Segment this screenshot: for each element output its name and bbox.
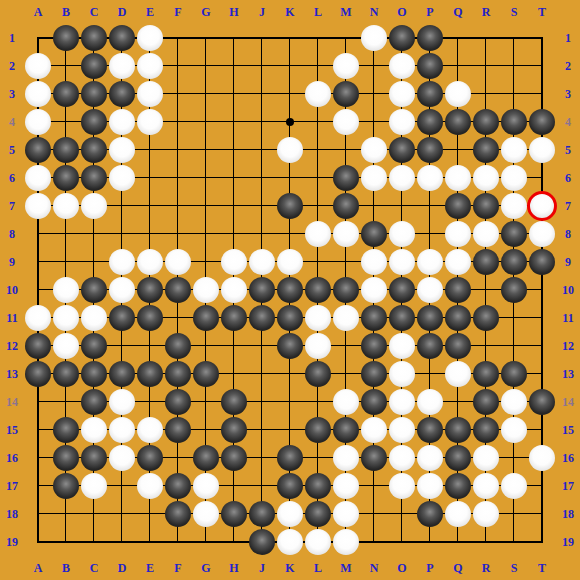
intersection-N8[interactable]: [360, 220, 388, 248]
intersection-A3[interactable]: [24, 80, 52, 108]
intersection-N19[interactable]: [360, 528, 388, 556]
intersection-C16[interactable]: [80, 444, 108, 472]
intersection-M10[interactable]: [332, 276, 360, 304]
intersection-F11[interactable]: [164, 304, 192, 332]
intersection-A15[interactable]: [24, 416, 52, 444]
intersection-D16[interactable]: [108, 444, 136, 472]
intersection-J5[interactable]: [248, 136, 276, 164]
intersection-E6[interactable]: [136, 164, 164, 192]
intersection-B10[interactable]: [52, 276, 80, 304]
intersection-C14[interactable]: [80, 388, 108, 416]
intersection-T19[interactable]: [528, 528, 556, 556]
intersection-H13[interactable]: [220, 360, 248, 388]
intersection-E12[interactable]: [136, 332, 164, 360]
intersection-D7[interactable]: [108, 192, 136, 220]
intersection-M7[interactable]: [332, 192, 360, 220]
intersection-L3[interactable]: [304, 80, 332, 108]
intersection-L1[interactable]: [304, 24, 332, 52]
intersection-Q4[interactable]: [444, 108, 472, 136]
intersection-A18[interactable]: [24, 500, 52, 528]
intersection-J18[interactable]: [248, 500, 276, 528]
intersection-R3[interactable]: [472, 80, 500, 108]
intersection-H11[interactable]: [220, 304, 248, 332]
intersection-P16[interactable]: [416, 444, 444, 472]
intersection-S3[interactable]: [500, 80, 528, 108]
intersection-O13[interactable]: [388, 360, 416, 388]
intersection-H9[interactable]: [220, 248, 248, 276]
intersection-R16[interactable]: [472, 444, 500, 472]
intersection-L15[interactable]: [304, 416, 332, 444]
intersection-C7[interactable]: [80, 192, 108, 220]
intersection-H8[interactable]: [220, 220, 248, 248]
intersection-A7[interactable]: [24, 192, 52, 220]
intersection-K17[interactable]: [276, 472, 304, 500]
intersection-G6[interactable]: [192, 164, 220, 192]
intersection-L5[interactable]: [304, 136, 332, 164]
intersection-L9[interactable]: [304, 248, 332, 276]
intersection-A10[interactable]: [24, 276, 52, 304]
intersection-H12[interactable]: [220, 332, 248, 360]
intersection-S19[interactable]: [500, 528, 528, 556]
intersection-S16[interactable]: [500, 444, 528, 472]
intersection-L14[interactable]: [304, 388, 332, 416]
intersection-P17[interactable]: [416, 472, 444, 500]
intersection-A12[interactable]: [24, 332, 52, 360]
intersection-G16[interactable]: [192, 444, 220, 472]
intersection-J16[interactable]: [248, 444, 276, 472]
intersection-L7[interactable]: [304, 192, 332, 220]
intersection-R8[interactable]: [472, 220, 500, 248]
intersection-D12[interactable]: [108, 332, 136, 360]
intersection-F9[interactable]: [164, 248, 192, 276]
intersection-B11[interactable]: [52, 304, 80, 332]
intersection-H4[interactable]: [220, 108, 248, 136]
intersection-S9[interactable]: [500, 248, 528, 276]
intersection-M3[interactable]: [332, 80, 360, 108]
intersection-E17[interactable]: [136, 472, 164, 500]
intersection-A16[interactable]: [24, 444, 52, 472]
intersection-A9[interactable]: [24, 248, 52, 276]
intersection-R2[interactable]: [472, 52, 500, 80]
intersection-T6[interactable]: [528, 164, 556, 192]
intersection-G10[interactable]: [192, 276, 220, 304]
intersection-P8[interactable]: [416, 220, 444, 248]
intersection-E9[interactable]: [136, 248, 164, 276]
intersection-A19[interactable]: [24, 528, 52, 556]
intersection-B18[interactable]: [52, 500, 80, 528]
intersection-M19[interactable]: [332, 528, 360, 556]
intersection-C9[interactable]: [80, 248, 108, 276]
intersection-T14[interactable]: [528, 388, 556, 416]
intersection-R13[interactable]: [472, 360, 500, 388]
intersection-M12[interactable]: [332, 332, 360, 360]
intersection-M18[interactable]: [332, 500, 360, 528]
intersection-M6[interactable]: [332, 164, 360, 192]
intersection-C17[interactable]: [80, 472, 108, 500]
intersection-H6[interactable]: [220, 164, 248, 192]
intersection-B17[interactable]: [52, 472, 80, 500]
intersection-A2[interactable]: [24, 52, 52, 80]
intersection-E1[interactable]: [136, 24, 164, 52]
intersection-O19[interactable]: [388, 528, 416, 556]
intersection-B12[interactable]: [52, 332, 80, 360]
intersection-T7[interactable]: [528, 192, 556, 220]
intersection-C6[interactable]: [80, 164, 108, 192]
intersection-J7[interactable]: [248, 192, 276, 220]
intersection-D11[interactable]: [108, 304, 136, 332]
intersection-G17[interactable]: [192, 472, 220, 500]
intersection-H16[interactable]: [220, 444, 248, 472]
intersection-R6[interactable]: [472, 164, 500, 192]
intersection-K2[interactable]: [276, 52, 304, 80]
intersection-P2[interactable]: [416, 52, 444, 80]
intersection-P14[interactable]: [416, 388, 444, 416]
intersection-F19[interactable]: [164, 528, 192, 556]
intersection-Q3[interactable]: [444, 80, 472, 108]
intersection-D2[interactable]: [108, 52, 136, 80]
intersection-F5[interactable]: [164, 136, 192, 164]
intersection-S11[interactable]: [500, 304, 528, 332]
intersection-K14[interactable]: [276, 388, 304, 416]
intersection-J8[interactable]: [248, 220, 276, 248]
intersection-K4[interactable]: [276, 108, 304, 136]
intersection-N18[interactable]: [360, 500, 388, 528]
intersection-R1[interactable]: [472, 24, 500, 52]
intersection-K11[interactable]: [276, 304, 304, 332]
intersection-D14[interactable]: [108, 388, 136, 416]
intersection-D17[interactable]: [108, 472, 136, 500]
intersection-L8[interactable]: [304, 220, 332, 248]
intersection-G8[interactable]: [192, 220, 220, 248]
intersection-S1[interactable]: [500, 24, 528, 52]
intersection-B7[interactable]: [52, 192, 80, 220]
intersection-T16[interactable]: [528, 444, 556, 472]
intersection-B9[interactable]: [52, 248, 80, 276]
intersection-E14[interactable]: [136, 388, 164, 416]
intersection-F2[interactable]: [164, 52, 192, 80]
intersection-S14[interactable]: [500, 388, 528, 416]
intersection-L12[interactable]: [304, 332, 332, 360]
intersection-S8[interactable]: [500, 220, 528, 248]
intersection-D18[interactable]: [108, 500, 136, 528]
intersection-E16[interactable]: [136, 444, 164, 472]
intersection-S17[interactable]: [500, 472, 528, 500]
intersection-J15[interactable]: [248, 416, 276, 444]
intersection-E2[interactable]: [136, 52, 164, 80]
intersection-J10[interactable]: [248, 276, 276, 304]
intersection-N2[interactable]: [360, 52, 388, 80]
intersection-P11[interactable]: [416, 304, 444, 332]
intersection-R19[interactable]: [472, 528, 500, 556]
intersection-B6[interactable]: [52, 164, 80, 192]
intersection-B16[interactable]: [52, 444, 80, 472]
intersection-H5[interactable]: [220, 136, 248, 164]
intersection-N7[interactable]: [360, 192, 388, 220]
intersection-F15[interactable]: [164, 416, 192, 444]
intersection-D8[interactable]: [108, 220, 136, 248]
intersection-R18[interactable]: [472, 500, 500, 528]
intersection-O4[interactable]: [388, 108, 416, 136]
intersection-T10[interactable]: [528, 276, 556, 304]
intersection-C5[interactable]: [80, 136, 108, 164]
intersection-Q10[interactable]: [444, 276, 472, 304]
intersection-A13[interactable]: [24, 360, 52, 388]
intersection-K19[interactable]: [276, 528, 304, 556]
intersection-D15[interactable]: [108, 416, 136, 444]
intersection-A8[interactable]: [24, 220, 52, 248]
intersection-G3[interactable]: [192, 80, 220, 108]
intersection-C10[interactable]: [80, 276, 108, 304]
intersection-P5[interactable]: [416, 136, 444, 164]
intersection-O8[interactable]: [388, 220, 416, 248]
intersection-B5[interactable]: [52, 136, 80, 164]
intersection-Q7[interactable]: [444, 192, 472, 220]
intersection-F3[interactable]: [164, 80, 192, 108]
intersection-P19[interactable]: [416, 528, 444, 556]
intersection-J17[interactable]: [248, 472, 276, 500]
intersection-T8[interactable]: [528, 220, 556, 248]
intersection-E13[interactable]: [136, 360, 164, 388]
intersection-S18[interactable]: [500, 500, 528, 528]
intersection-O10[interactable]: [388, 276, 416, 304]
intersection-A5[interactable]: [24, 136, 52, 164]
intersection-K3[interactable]: [276, 80, 304, 108]
intersection-N17[interactable]: [360, 472, 388, 500]
intersection-T11[interactable]: [528, 304, 556, 332]
intersection-L2[interactable]: [304, 52, 332, 80]
intersection-R9[interactable]: [472, 248, 500, 276]
intersection-F17[interactable]: [164, 472, 192, 500]
intersection-Q17[interactable]: [444, 472, 472, 500]
intersection-N10[interactable]: [360, 276, 388, 304]
intersection-L4[interactable]: [304, 108, 332, 136]
intersection-K12[interactable]: [276, 332, 304, 360]
intersection-O2[interactable]: [388, 52, 416, 80]
intersection-N5[interactable]: [360, 136, 388, 164]
intersection-P18[interactable]: [416, 500, 444, 528]
intersection-M13[interactable]: [332, 360, 360, 388]
intersection-J11[interactable]: [248, 304, 276, 332]
intersection-P3[interactable]: [416, 80, 444, 108]
intersection-Q18[interactable]: [444, 500, 472, 528]
intersection-F16[interactable]: [164, 444, 192, 472]
intersection-S5[interactable]: [500, 136, 528, 164]
intersection-J12[interactable]: [248, 332, 276, 360]
intersection-P7[interactable]: [416, 192, 444, 220]
intersection-T15[interactable]: [528, 416, 556, 444]
intersection-T5[interactable]: [528, 136, 556, 164]
intersection-G13[interactable]: [192, 360, 220, 388]
intersection-B19[interactable]: [52, 528, 80, 556]
intersection-E4[interactable]: [136, 108, 164, 136]
intersection-F10[interactable]: [164, 276, 192, 304]
intersection-B13[interactable]: [52, 360, 80, 388]
intersection-S15[interactable]: [500, 416, 528, 444]
intersection-N6[interactable]: [360, 164, 388, 192]
intersection-B2[interactable]: [52, 52, 80, 80]
intersection-P4[interactable]: [416, 108, 444, 136]
intersection-O11[interactable]: [388, 304, 416, 332]
intersection-K9[interactable]: [276, 248, 304, 276]
intersection-R14[interactable]: [472, 388, 500, 416]
intersection-H7[interactable]: [220, 192, 248, 220]
intersection-K13[interactable]: [276, 360, 304, 388]
intersection-D6[interactable]: [108, 164, 136, 192]
intersection-K18[interactable]: [276, 500, 304, 528]
intersection-P10[interactable]: [416, 276, 444, 304]
intersection-J6[interactable]: [248, 164, 276, 192]
intersection-G1[interactable]: [192, 24, 220, 52]
intersection-G4[interactable]: [192, 108, 220, 136]
intersection-C15[interactable]: [80, 416, 108, 444]
intersection-G12[interactable]: [192, 332, 220, 360]
intersection-F12[interactable]: [164, 332, 192, 360]
intersection-R10[interactable]: [472, 276, 500, 304]
intersection-J3[interactable]: [248, 80, 276, 108]
intersection-D4[interactable]: [108, 108, 136, 136]
intersection-Q1[interactable]: [444, 24, 472, 52]
intersection-O5[interactable]: [388, 136, 416, 164]
intersection-C4[interactable]: [80, 108, 108, 136]
intersection-R15[interactable]: [472, 416, 500, 444]
intersection-R7[interactable]: [472, 192, 500, 220]
intersection-F7[interactable]: [164, 192, 192, 220]
intersection-A1[interactable]: [24, 24, 52, 52]
intersection-G15[interactable]: [192, 416, 220, 444]
intersection-S4[interactable]: [500, 108, 528, 136]
intersection-T18[interactable]: [528, 500, 556, 528]
intersection-G2[interactable]: [192, 52, 220, 80]
intersection-C19[interactable]: [80, 528, 108, 556]
intersection-O17[interactable]: [388, 472, 416, 500]
intersection-G5[interactable]: [192, 136, 220, 164]
intersection-F8[interactable]: [164, 220, 192, 248]
intersection-M15[interactable]: [332, 416, 360, 444]
intersection-J9[interactable]: [248, 248, 276, 276]
intersection-N4[interactable]: [360, 108, 388, 136]
intersection-T17[interactable]: [528, 472, 556, 500]
intersection-L11[interactable]: [304, 304, 332, 332]
intersection-P1[interactable]: [416, 24, 444, 52]
intersection-H3[interactable]: [220, 80, 248, 108]
intersection-G14[interactable]: [192, 388, 220, 416]
intersection-T9[interactable]: [528, 248, 556, 276]
intersection-Q8[interactable]: [444, 220, 472, 248]
intersection-T4[interactable]: [528, 108, 556, 136]
intersection-C2[interactable]: [80, 52, 108, 80]
intersection-E15[interactable]: [136, 416, 164, 444]
intersection-Q9[interactable]: [444, 248, 472, 276]
intersection-Q12[interactable]: [444, 332, 472, 360]
intersection-C12[interactable]: [80, 332, 108, 360]
intersection-R11[interactable]: [472, 304, 500, 332]
intersection-A4[interactable]: [24, 108, 52, 136]
intersection-L18[interactable]: [304, 500, 332, 528]
intersection-B4[interactable]: [52, 108, 80, 136]
intersection-M9[interactable]: [332, 248, 360, 276]
intersection-C18[interactable]: [80, 500, 108, 528]
intersection-K16[interactable]: [276, 444, 304, 472]
intersection-C11[interactable]: [80, 304, 108, 332]
intersection-R5[interactable]: [472, 136, 500, 164]
intersection-P9[interactable]: [416, 248, 444, 276]
intersection-N3[interactable]: [360, 80, 388, 108]
intersection-Q16[interactable]: [444, 444, 472, 472]
intersection-F14[interactable]: [164, 388, 192, 416]
intersection-B15[interactable]: [52, 416, 80, 444]
intersection-J13[interactable]: [248, 360, 276, 388]
intersection-M11[interactable]: [332, 304, 360, 332]
intersection-T3[interactable]: [528, 80, 556, 108]
intersection-O7[interactable]: [388, 192, 416, 220]
intersection-J14[interactable]: [248, 388, 276, 416]
intersection-M16[interactable]: [332, 444, 360, 472]
intersection-M1[interactable]: [332, 24, 360, 52]
intersection-H17[interactable]: [220, 472, 248, 500]
intersection-C13[interactable]: [80, 360, 108, 388]
intersection-Q15[interactable]: [444, 416, 472, 444]
intersection-A14[interactable]: [24, 388, 52, 416]
intersection-T12[interactable]: [528, 332, 556, 360]
intersection-R17[interactable]: [472, 472, 500, 500]
intersection-K5[interactable]: [276, 136, 304, 164]
intersection-S12[interactable]: [500, 332, 528, 360]
intersection-C1[interactable]: [80, 24, 108, 52]
intersection-K15[interactable]: [276, 416, 304, 444]
intersection-K1[interactable]: [276, 24, 304, 52]
intersection-H14[interactable]: [220, 388, 248, 416]
intersection-K8[interactable]: [276, 220, 304, 248]
intersection-F1[interactable]: [164, 24, 192, 52]
intersection-D19[interactable]: [108, 528, 136, 556]
intersection-D3[interactable]: [108, 80, 136, 108]
intersection-G11[interactable]: [192, 304, 220, 332]
intersection-G18[interactable]: [192, 500, 220, 528]
intersection-N11[interactable]: [360, 304, 388, 332]
intersection-O18[interactable]: [388, 500, 416, 528]
intersection-L6[interactable]: [304, 164, 332, 192]
intersection-O6[interactable]: [388, 164, 416, 192]
intersection-F6[interactable]: [164, 164, 192, 192]
intersection-H15[interactable]: [220, 416, 248, 444]
intersection-D9[interactable]: [108, 248, 136, 276]
intersection-S13[interactable]: [500, 360, 528, 388]
intersection-D1[interactable]: [108, 24, 136, 52]
intersection-E3[interactable]: [136, 80, 164, 108]
intersection-K7[interactable]: [276, 192, 304, 220]
intersection-M8[interactable]: [332, 220, 360, 248]
intersection-L16[interactable]: [304, 444, 332, 472]
intersection-G7[interactable]: [192, 192, 220, 220]
intersection-E19[interactable]: [136, 528, 164, 556]
intersection-N15[interactable]: [360, 416, 388, 444]
intersection-J19[interactable]: [248, 528, 276, 556]
intersection-S10[interactable]: [500, 276, 528, 304]
intersection-B14[interactable]: [52, 388, 80, 416]
intersection-N16[interactable]: [360, 444, 388, 472]
intersection-Q11[interactable]: [444, 304, 472, 332]
intersection-L10[interactable]: [304, 276, 332, 304]
intersection-A17[interactable]: [24, 472, 52, 500]
intersection-M5[interactable]: [332, 136, 360, 164]
intersection-L19[interactable]: [304, 528, 332, 556]
intersection-R4[interactable]: [472, 108, 500, 136]
intersection-T2[interactable]: [528, 52, 556, 80]
intersection-N1[interactable]: [360, 24, 388, 52]
intersection-O15[interactable]: [388, 416, 416, 444]
intersection-E10[interactable]: [136, 276, 164, 304]
intersection-E18[interactable]: [136, 500, 164, 528]
